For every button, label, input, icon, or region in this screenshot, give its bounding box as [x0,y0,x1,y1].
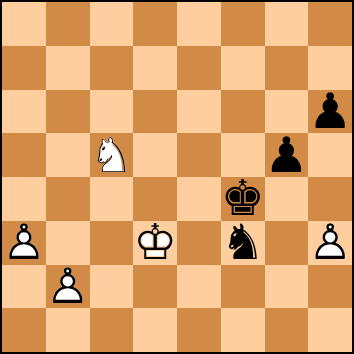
white-pawn[interactable]: ♟♙ [308,221,352,265]
square-b8[interactable] [46,2,90,46]
black-knight[interactable]: ♞ [221,221,265,265]
square-a1[interactable] [2,308,46,352]
black-pawn-icon: ♟ [265,133,309,177]
white-knight-outline-icon: ♘ [90,133,134,177]
square-c5[interactable]: ♞♘ [90,133,134,177]
square-g5[interactable]: ♟ [265,133,309,177]
square-h3[interactable]: ♟♙ [308,221,352,265]
white-pawn-outline-icon: ♙ [46,265,90,309]
square-g8[interactable] [265,2,309,46]
square-g1[interactable] [265,308,309,352]
white-knight[interactable]: ♞♘ [90,133,134,177]
square-c1[interactable] [90,308,134,352]
white-pawn[interactable]: ♟♙ [2,221,46,265]
square-c7[interactable] [90,46,134,90]
white-king-outline-icon: ♔ [133,221,177,265]
black-pawn-icon: ♟ [308,90,352,134]
square-h2[interactable] [308,265,352,309]
square-f6[interactable] [221,90,265,134]
square-e7[interactable] [177,46,221,90]
square-d6[interactable] [133,90,177,134]
square-d1[interactable] [133,308,177,352]
black-pawn[interactable]: ♟ [308,90,352,134]
square-b5[interactable] [46,133,90,177]
square-c2[interactable] [90,265,134,309]
square-b7[interactable] [46,46,90,90]
square-b1[interactable] [46,308,90,352]
white-king[interactable]: ♚♔ [133,221,177,265]
square-e2[interactable] [177,265,221,309]
square-e1[interactable] [177,308,221,352]
square-a3[interactable]: ♟♙ [2,221,46,265]
square-a2[interactable] [2,265,46,309]
black-pawn[interactable]: ♟ [265,133,309,177]
chess-board: ♟♞♘♟♚♟♙♚♔♞♟♙♟♙ [2,2,352,352]
square-a8[interactable] [2,2,46,46]
square-g7[interactable] [265,46,309,90]
square-h6[interactable]: ♟ [308,90,352,134]
square-g2[interactable] [265,265,309,309]
square-h8[interactable] [308,2,352,46]
square-d7[interactable] [133,46,177,90]
square-g4[interactable] [265,177,309,221]
square-g3[interactable] [265,221,309,265]
chess-board-frame: ♟♞♘♟♚♟♙♚♔♞♟♙♟♙ [0,0,354,354]
square-e5[interactable] [177,133,221,177]
white-pawn-outline-icon: ♙ [2,221,46,265]
square-c8[interactable] [90,2,134,46]
square-e8[interactable] [177,2,221,46]
square-f3[interactable]: ♞ [221,221,265,265]
square-a5[interactable] [2,133,46,177]
square-d5[interactable] [133,133,177,177]
square-h5[interactable] [308,133,352,177]
square-h1[interactable] [308,308,352,352]
square-c4[interactable] [90,177,134,221]
square-f7[interactable] [221,46,265,90]
square-b4[interactable] [46,177,90,221]
square-f1[interactable] [221,308,265,352]
square-d2[interactable] [133,265,177,309]
square-e6[interactable] [177,90,221,134]
black-knight-icon: ♞ [221,221,265,265]
square-f8[interactable] [221,2,265,46]
square-b6[interactable] [46,90,90,134]
square-a6[interactable] [2,90,46,134]
white-pawn[interactable]: ♟♙ [46,265,90,309]
square-e4[interactable] [177,177,221,221]
square-f2[interactable] [221,265,265,309]
white-pawn-outline-icon: ♙ [308,221,352,265]
square-b2[interactable]: ♟♙ [46,265,90,309]
square-a7[interactable] [2,46,46,90]
square-c3[interactable] [90,221,134,265]
square-d3[interactable]: ♚♔ [133,221,177,265]
square-d8[interactable] [133,2,177,46]
square-e3[interactable] [177,221,221,265]
